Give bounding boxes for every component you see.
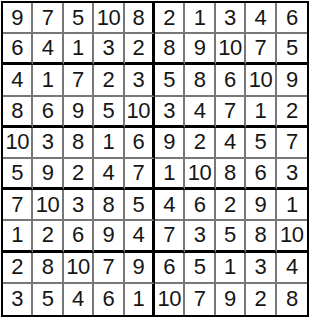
cell-r3c2[interactable]: 1 — [33, 65, 63, 96]
cell-r9c3[interactable]: 10 — [64, 253, 94, 284]
cell-r1c3[interactable]: 5 — [64, 3, 94, 34]
cell-r1c6[interactable]: 2 — [155, 3, 185, 34]
cell-r6c6[interactable]: 1 — [155, 159, 185, 190]
cell-r6c4[interactable]: 4 — [94, 159, 124, 190]
cell-r9c1[interactable]: 2 — [3, 253, 33, 284]
cell-r8c7[interactable]: 3 — [185, 221, 215, 252]
cell-r7c4[interactable]: 8 — [94, 190, 124, 221]
cell-r7c1[interactable]: 7 — [3, 190, 33, 221]
cell-r8c2[interactable]: 2 — [33, 221, 63, 252]
cell-r5c6[interactable]: 9 — [155, 128, 185, 159]
cell-r10c6[interactable]: 10 — [155, 284, 185, 315]
cell-r7c6[interactable]: 4 — [155, 190, 185, 221]
cell-r4c1[interactable]: 8 — [3, 97, 33, 128]
cell-r4c8[interactable]: 7 — [216, 97, 246, 128]
cell-r7c2[interactable]: 10 — [33, 190, 63, 221]
cell-r6c7[interactable]: 10 — [185, 159, 215, 190]
cell-r3c9[interactable]: 10 — [246, 65, 276, 96]
cell-r10c7[interactable]: 7 — [185, 284, 215, 315]
cell-r7c3[interactable]: 3 — [64, 190, 94, 221]
cell-r9c2[interactable]: 8 — [33, 253, 63, 284]
cell-r5c1[interactable]: 10 — [3, 128, 33, 159]
cell-r5c8[interactable]: 4 — [216, 128, 246, 159]
cell-r3c10[interactable]: 9 — [277, 65, 307, 96]
cell-r3c1[interactable]: 4 — [3, 65, 33, 96]
cell-r9c5[interactable]: 9 — [125, 253, 155, 284]
cell-r8c10[interactable]: 10 — [277, 221, 307, 252]
cell-r6c5[interactable]: 7 — [125, 159, 155, 190]
cell-r8c5[interactable]: 4 — [125, 221, 155, 252]
cell-r8c4[interactable]: 9 — [94, 221, 124, 252]
cell-r5c7[interactable]: 2 — [185, 128, 215, 159]
cell-r9c9[interactable]: 3 — [246, 253, 276, 284]
cell-r6c9[interactable]: 6 — [246, 159, 276, 190]
cell-r3c7[interactable]: 8 — [185, 65, 215, 96]
cell-r10c4[interactable]: 6 — [94, 284, 124, 315]
cell-r3c4[interactable]: 2 — [94, 65, 124, 96]
cell-r2c10[interactable]: 5 — [277, 34, 307, 65]
cell-r1c5[interactable]: 8 — [125, 3, 155, 34]
cell-r10c1[interactable]: 3 — [3, 284, 33, 315]
cell-r5c5[interactable]: 6 — [125, 128, 155, 159]
cell-r9c6[interactable]: 6 — [155, 253, 185, 284]
cell-r2c2[interactable]: 4 — [33, 34, 63, 65]
cell-r2c7[interactable]: 9 — [185, 34, 215, 65]
cell-r3c8[interactable]: 6 — [216, 65, 246, 96]
cell-r10c3[interactable]: 4 — [64, 284, 94, 315]
cell-r8c1[interactable]: 1 — [3, 221, 33, 252]
cell-r10c5[interactable]: 1 — [125, 284, 155, 315]
cell-r4c7[interactable]: 4 — [185, 97, 215, 128]
sudoku-board: 9751082134664132891075417235861098695103… — [1, 1, 309, 317]
cell-r1c10[interactable]: 6 — [277, 3, 307, 34]
cell-r1c8[interactable]: 3 — [216, 3, 246, 34]
cell-r6c3[interactable]: 2 — [64, 159, 94, 190]
cell-r2c9[interactable]: 7 — [246, 34, 276, 65]
cell-r10c10[interactable]: 8 — [277, 284, 307, 315]
cell-r9c7[interactable]: 5 — [185, 253, 215, 284]
cell-r4c4[interactable]: 5 — [94, 97, 124, 128]
cell-r2c1[interactable]: 6 — [3, 34, 33, 65]
cell-r6c8[interactable]: 8 — [216, 159, 246, 190]
cell-r7c9[interactable]: 9 — [246, 190, 276, 221]
cell-r6c2[interactable]: 9 — [33, 159, 63, 190]
cell-r5c4[interactable]: 1 — [94, 128, 124, 159]
cell-r8c9[interactable]: 8 — [246, 221, 276, 252]
cell-r8c8[interactable]: 5 — [216, 221, 246, 252]
cell-r2c3[interactable]: 1 — [64, 34, 94, 65]
cell-r7c5[interactable]: 5 — [125, 190, 155, 221]
cell-r5c10[interactable]: 7 — [277, 128, 307, 159]
cell-r2c5[interactable]: 2 — [125, 34, 155, 65]
cell-r9c10[interactable]: 4 — [277, 253, 307, 284]
cell-r2c4[interactable]: 3 — [94, 34, 124, 65]
cell-r5c2[interactable]: 3 — [33, 128, 63, 159]
cell-r4c3[interactable]: 9 — [64, 97, 94, 128]
cell-r1c4[interactable]: 10 — [94, 3, 124, 34]
cell-r3c5[interactable]: 3 — [125, 65, 155, 96]
cell-r1c2[interactable]: 7 — [33, 3, 63, 34]
cell-r4c10[interactable]: 2 — [277, 97, 307, 128]
cell-r8c6[interactable]: 7 — [155, 221, 185, 252]
cell-r2c6[interactable]: 8 — [155, 34, 185, 65]
cell-r8c3[interactable]: 6 — [64, 221, 94, 252]
cell-r7c10[interactable]: 1 — [277, 190, 307, 221]
cell-r4c2[interactable]: 6 — [33, 97, 63, 128]
cell-r4c5[interactable]: 10 — [125, 97, 155, 128]
cell-r10c2[interactable]: 5 — [33, 284, 63, 315]
cell-r3c6[interactable]: 5 — [155, 65, 185, 96]
cell-r5c3[interactable]: 8 — [64, 128, 94, 159]
cell-r7c8[interactable]: 2 — [216, 190, 246, 221]
cell-r10c8[interactable]: 9 — [216, 284, 246, 315]
cell-r4c6[interactable]: 3 — [155, 97, 185, 128]
cell-r6c1[interactable]: 5 — [3, 159, 33, 190]
cell-r4c9[interactable]: 1 — [246, 97, 276, 128]
cell-r9c4[interactable]: 7 — [94, 253, 124, 284]
cell-r7c7[interactable]: 6 — [185, 190, 215, 221]
cell-r2c8[interactable]: 10 — [216, 34, 246, 65]
cell-r9c8[interactable]: 1 — [216, 253, 246, 284]
cell-r1c7[interactable]: 1 — [185, 3, 215, 34]
cell-r1c9[interactable]: 4 — [246, 3, 276, 34]
cell-r1c1[interactable]: 9 — [3, 3, 33, 34]
cell-r5c9[interactable]: 5 — [246, 128, 276, 159]
cell-r6c10[interactable]: 3 — [277, 159, 307, 190]
cell-r10c9[interactable]: 2 — [246, 284, 276, 315]
cell-r3c3[interactable]: 7 — [64, 65, 94, 96]
